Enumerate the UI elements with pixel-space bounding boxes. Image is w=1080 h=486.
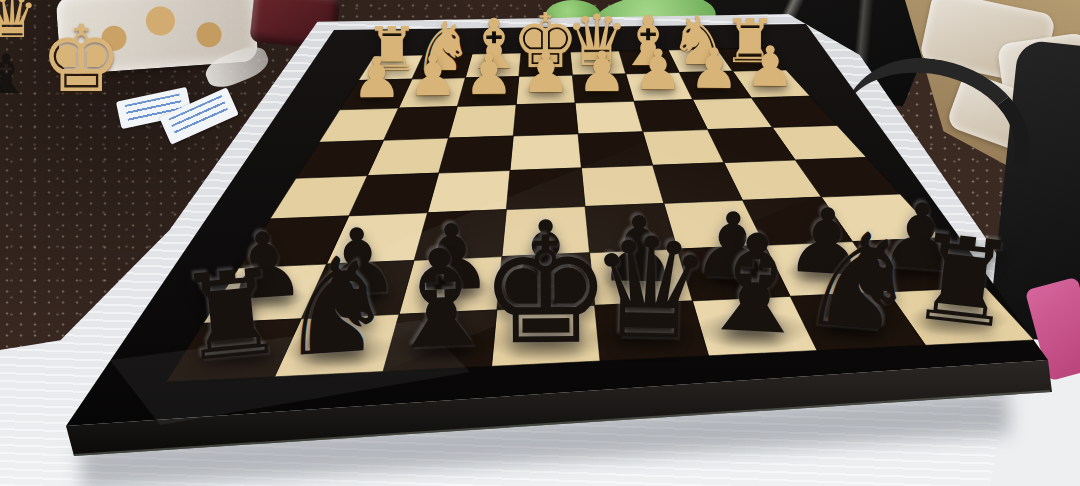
square-f1 <box>465 53 521 78</box>
square-e1 <box>519 52 573 77</box>
square-f3 <box>448 105 516 138</box>
square-e4 <box>510 134 581 171</box>
square-d2 <box>572 74 634 103</box>
chess-board <box>0 0 1080 486</box>
square-f2 <box>457 77 519 107</box>
square-d8 <box>595 301 709 361</box>
square-f4 <box>439 136 514 173</box>
square-d3 <box>575 101 643 134</box>
square-e2 <box>516 75 575 105</box>
photo-scene: ♛ ♚ ♝ ♜♞♝♛♚♝♞♜♟♟♟♟♟♟♟♟♟♟♟♟♟♟♟♟♜♞♝♛♚♝♞♜ <box>0 0 1080 486</box>
square-d1 <box>570 51 626 75</box>
square-e3 <box>513 103 578 136</box>
